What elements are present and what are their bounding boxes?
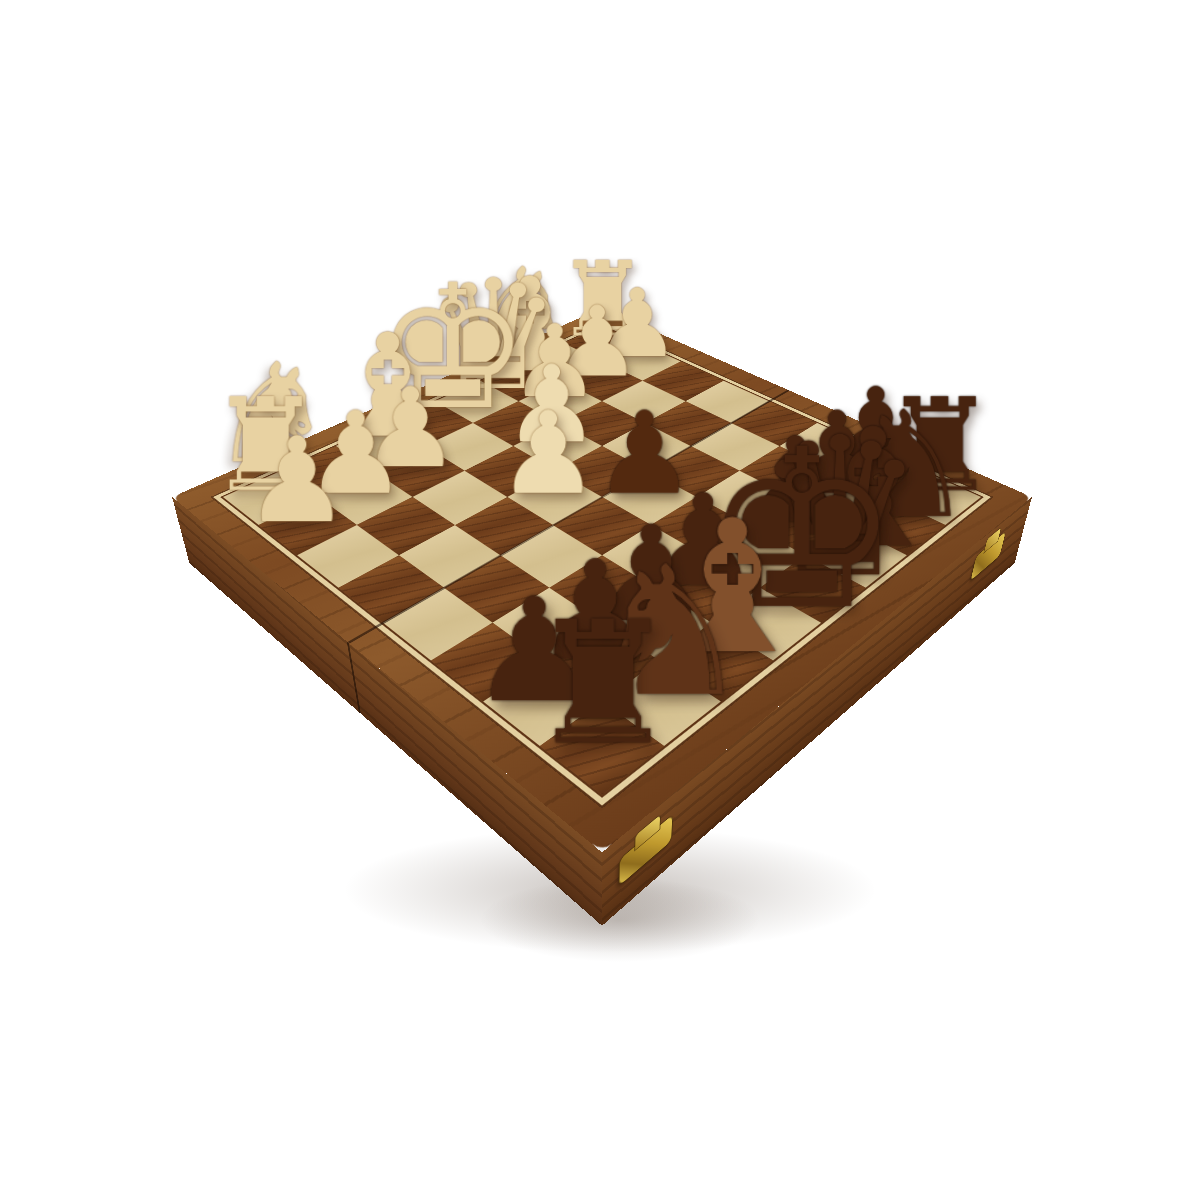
chess-board-grid: ♜♟♟♜♞♟♟♞♝♟♟♝♛♟♟♛♚♟♟♚♝♟♟♝♞♟♟♞♜♟♟♜ bbox=[223, 326, 981, 795]
square-h8[interactable]: ♜ bbox=[540, 701, 664, 794]
product-photo-scene: ♜♟♟♜♞♟♟♞♝♟♟♝♛♟♟♛♚♟♟♚♝♟♟♝♞♟♟♞♜♟♟♜ bbox=[0, 0, 1200, 1200]
board-frame: ♜♟♟♜♞♟♟♞♝♟♟♝♛♟♟♛♚♟♟♚♝♟♟♝♞♟♟♞♜♟♟♜ bbox=[172, 308, 1032, 852]
folding-chess-box: ♜♟♟♜♞♟♟♞♝♟♟♝♛♟♟♛♚♟♟♚♝♟♟♝♞♟♟♞♜♟♟♜ bbox=[172, 308, 1032, 852]
piece-black-rook-h8[interactable]: ♜ bbox=[527, 600, 617, 768]
piece-white-pawn-e4[interactable]: ♟ bbox=[497, 396, 565, 510]
piece-white-pawn-h2[interactable]: ♟ bbox=[244, 421, 314, 539]
